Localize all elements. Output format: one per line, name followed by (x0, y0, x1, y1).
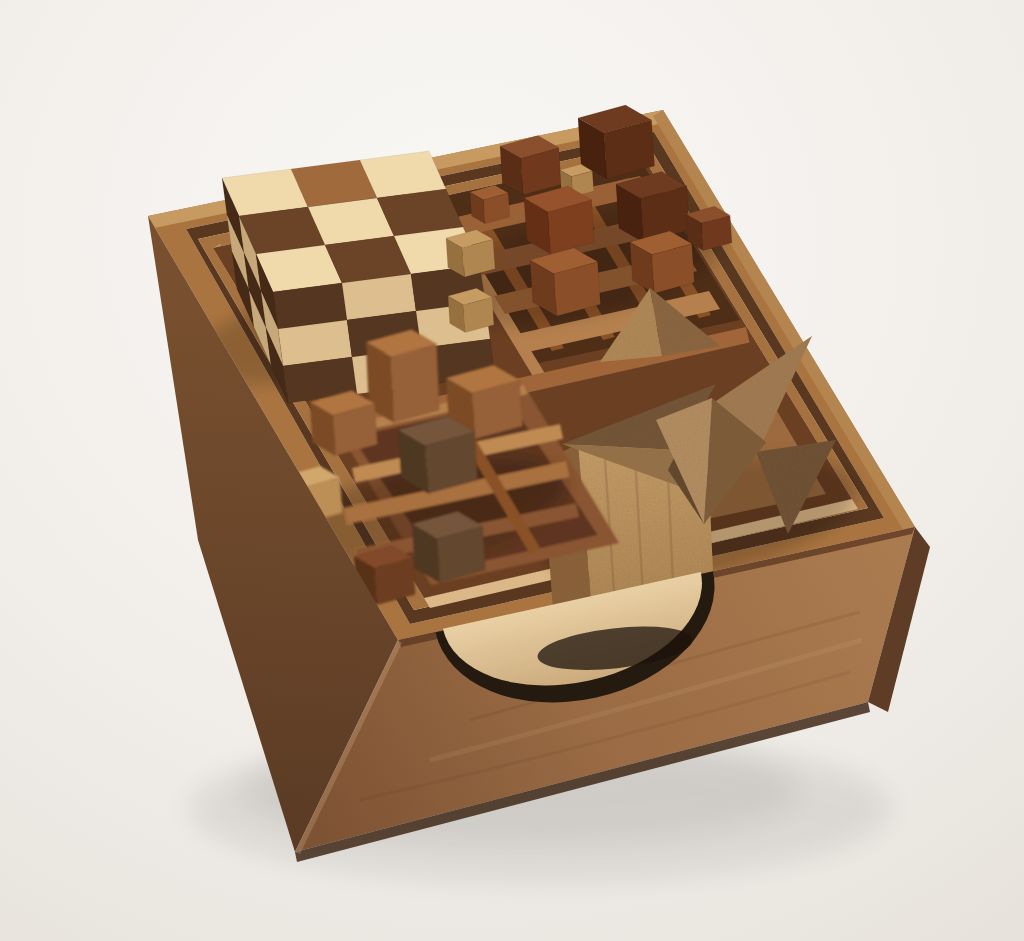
wooden-puzzle-box-photo (0, 0, 1024, 941)
photo-stage (0, 0, 1024, 941)
burr-cube-front-face (391, 344, 439, 423)
